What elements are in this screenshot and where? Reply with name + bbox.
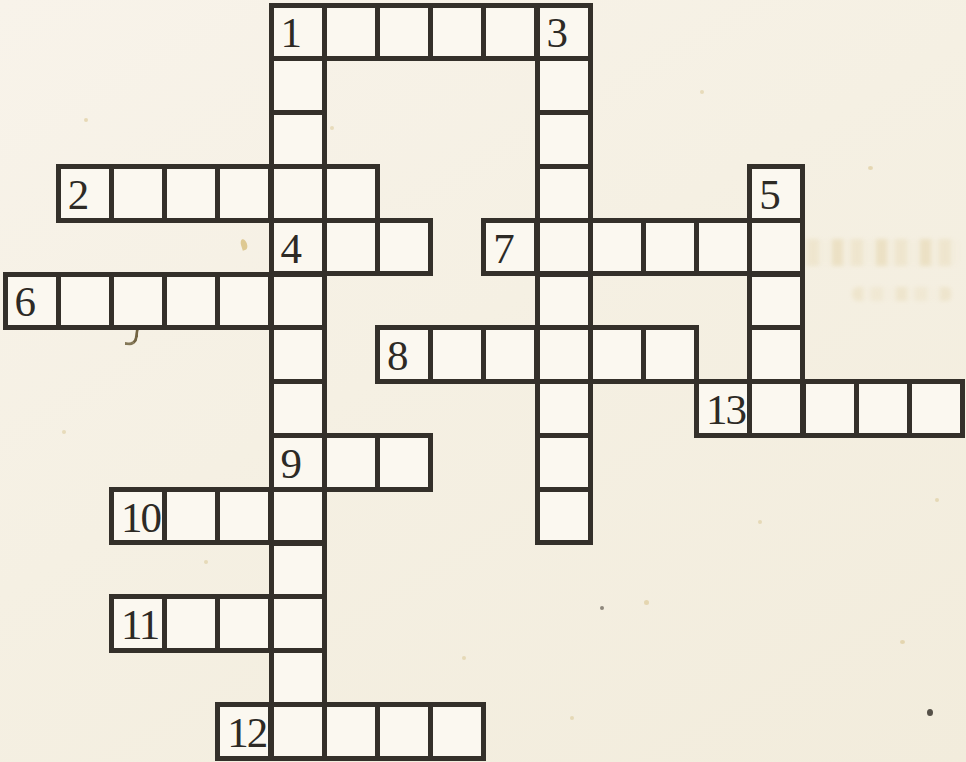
cell-r7-c15[interactable]	[801, 379, 859, 438]
cell-r5-c2[interactable]	[109, 272, 167, 331]
cell-r0-c5[interactable]: 1	[269, 3, 327, 62]
clue-number-7: 7	[493, 227, 513, 270]
clue-number-8: 8	[387, 334, 407, 377]
cell-r6-c11[interactable]	[588, 325, 646, 384]
cell-r9-c5[interactable]	[269, 487, 327, 546]
cell-r9-c3[interactable]	[162, 487, 220, 546]
clue-number-4: 4	[281, 227, 301, 270]
cell-r0-c10[interactable]: 3	[535, 3, 593, 62]
cell-r8-c6[interactable]	[322, 433, 380, 492]
cell-r6-c9[interactable]	[481, 325, 539, 384]
cell-r12-c5[interactable]	[269, 648, 327, 707]
cell-r3-c2[interactable]	[109, 164, 167, 223]
cell-r6-c5[interactable]	[269, 325, 327, 384]
cell-r5-c1[interactable]	[56, 272, 114, 331]
cell-r7-c14[interactable]	[747, 379, 805, 438]
scanned-crossword-page: 13254768139101112	[0, 0, 966, 762]
cell-r5-c10[interactable]	[535, 272, 593, 331]
cell-r5-c0[interactable]: 6	[3, 272, 61, 331]
cell-r3-c1[interactable]: 2	[56, 164, 114, 223]
clue-number-1: 1	[281, 11, 301, 54]
cell-r5-c5[interactable]	[269, 272, 327, 331]
cell-r0-c8[interactable]	[428, 3, 486, 62]
cell-r5-c3[interactable]	[162, 272, 220, 331]
cell-r1-c5[interactable]	[269, 56, 327, 115]
cell-r6-c10[interactable]	[535, 325, 593, 384]
cell-r9-c2[interactable]: 10	[109, 487, 167, 546]
cell-r5-c4[interactable]	[215, 272, 273, 331]
cell-r11-c4[interactable]	[215, 594, 273, 653]
cell-r4-c9[interactable]: 7	[481, 218, 539, 277]
cell-r9-c4[interactable]	[215, 487, 273, 546]
cell-r8-c10[interactable]	[535, 433, 593, 492]
clue-number-12: 12	[227, 711, 266, 754]
cell-r3-c3[interactable]	[162, 164, 220, 223]
cell-r6-c7[interactable]: 8	[375, 325, 433, 384]
cell-r4-c6[interactable]	[322, 218, 380, 277]
cell-r3-c5[interactable]	[269, 164, 327, 223]
clue-number-3: 3	[547, 11, 567, 54]
cell-r13-c7[interactable]	[375, 702, 433, 761]
cell-r2-c5[interactable]	[269, 110, 327, 169]
cell-r11-c2[interactable]: 11	[109, 594, 167, 653]
crossword-board: 13254768139101112	[0, 0, 966, 762]
cell-r4-c7[interactable]	[375, 218, 433, 277]
cell-r4-c12[interactable]	[641, 218, 699, 277]
cell-r11-c5[interactable]	[269, 594, 327, 653]
cell-r4-c14[interactable]	[747, 218, 805, 277]
cell-r8-c5[interactable]: 9	[269, 433, 327, 492]
clue-number-2: 2	[68, 173, 88, 216]
cell-r3-c6[interactable]	[322, 164, 380, 223]
clue-number-6: 6	[15, 280, 35, 323]
cell-r7-c13[interactable]: 13	[694, 379, 752, 438]
clue-number-11: 11	[121, 603, 158, 646]
cell-r4-c10[interactable]	[535, 218, 593, 277]
cell-r6-c12[interactable]	[641, 325, 699, 384]
cell-r8-c7[interactable]	[375, 433, 433, 492]
cell-r13-c5[interactable]	[269, 702, 327, 761]
cell-r5-c14[interactable]	[747, 272, 805, 331]
cell-r2-c10[interactable]	[535, 110, 593, 169]
cell-r3-c10[interactable]	[535, 164, 593, 223]
cell-r4-c13[interactable]	[694, 218, 752, 277]
cell-r7-c5[interactable]	[269, 379, 327, 438]
cell-r9-c10[interactable]	[535, 487, 593, 546]
clue-number-10: 10	[121, 496, 160, 539]
cell-r13-c6[interactable]	[322, 702, 380, 761]
cell-r0-c7[interactable]	[375, 3, 433, 62]
cell-r0-c9[interactable]	[481, 3, 539, 62]
cell-r13-c4[interactable]: 12	[215, 702, 273, 761]
clue-number-9: 9	[281, 442, 301, 485]
cell-r0-c6[interactable]	[322, 3, 380, 62]
cell-r7-c17[interactable]	[907, 379, 965, 438]
cell-r7-c10[interactable]	[535, 379, 593, 438]
cell-r13-c8[interactable]	[428, 702, 486, 761]
cell-r4-c5[interactable]: 4	[269, 218, 327, 277]
cell-r3-c14[interactable]: 5	[747, 164, 805, 223]
cell-r4-c11[interactable]	[588, 218, 646, 277]
clue-number-13: 13	[706, 388, 745, 431]
cell-r10-c5[interactable]	[269, 541, 327, 600]
cell-r7-c16[interactable]	[854, 379, 912, 438]
cell-r11-c3[interactable]	[162, 594, 220, 653]
cell-r1-c10[interactable]	[535, 56, 593, 115]
cell-r6-c14[interactable]	[747, 325, 805, 384]
cell-r6-c8[interactable]	[428, 325, 486, 384]
cell-r3-c4[interactable]	[215, 164, 273, 223]
clue-number-5: 5	[759, 173, 779, 216]
